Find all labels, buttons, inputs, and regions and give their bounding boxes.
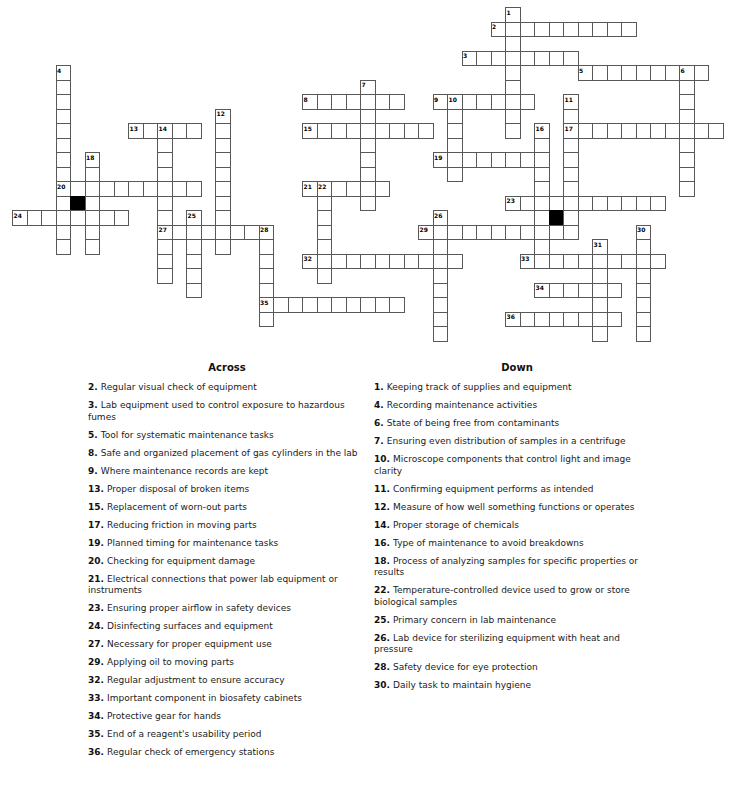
grid-cell[interactable] [679, 94, 695, 110]
grid-cell[interactable] [215, 138, 231, 154]
clue-number-label: 8. [88, 448, 101, 458]
grid-cell[interactable] [186, 254, 202, 270]
clue-2: 2. Regular visual check of equipment [88, 382, 366, 394]
grid-cell[interactable] [360, 196, 376, 212]
clue-16: 16. Type of maintenance to avoid breakdo… [374, 538, 660, 550]
grid-cell[interactable] [679, 65, 695, 81]
grid-cell[interactable] [505, 312, 521, 328]
grid-cell[interactable] [578, 283, 594, 299]
grid-cell[interactable] [186, 210, 202, 226]
grid-cell[interactable] [447, 254, 463, 270]
grid-cell[interactable] [447, 123, 463, 139]
grid-cell[interactable] [578, 254, 594, 270]
grid-cell[interactable] [27, 210, 43, 226]
grid-cell[interactable] [505, 225, 521, 241]
grid-cell[interactable] [186, 268, 202, 284]
grid-cell[interactable] [505, 51, 521, 67]
grid-cell[interactable] [636, 239, 652, 255]
grid-cell[interactable] [56, 152, 72, 168]
grid-cell[interactable] [317, 123, 333, 139]
grid-cell[interactable] [679, 152, 695, 168]
grid-cell[interactable] [563, 283, 579, 299]
grid-cell[interactable] [302, 94, 318, 110]
grid-cell[interactable] [462, 225, 478, 241]
grid-cell[interactable] [302, 123, 318, 139]
grid-cell[interactable] [302, 254, 318, 270]
clue-26: 26. Lab device for sterilizing equipment… [374, 633, 660, 656]
grid-cell[interactable] [476, 225, 492, 241]
grid-cell[interactable] [128, 181, 144, 197]
grid-cell[interactable] [157, 181, 173, 197]
grid-cell[interactable] [563, 123, 579, 139]
grid-cell[interactable] [99, 181, 115, 197]
grid-cell[interactable] [85, 225, 101, 241]
grid-cell[interactable] [505, 152, 521, 168]
grid-cell[interactable] [259, 239, 275, 255]
grid-cell[interactable] [534, 283, 550, 299]
grid-cell[interactable] [375, 94, 391, 110]
grid-cell[interactable] [346, 297, 362, 313]
grid-cell[interactable] [418, 123, 434, 139]
grid-cell[interactable] [708, 123, 724, 139]
grid-cell[interactable] [505, 65, 521, 81]
grid-cell[interactable] [563, 196, 579, 212]
grid-cell[interactable] [563, 94, 579, 110]
grid-cell[interactable] [462, 152, 478, 168]
grid-cell[interactable] [636, 196, 652, 212]
clue-number-label: 17. [88, 520, 107, 530]
grid-cell[interactable] [694, 123, 710, 139]
grid-cell[interactable] [462, 94, 478, 110]
grid-cell[interactable] [534, 312, 550, 328]
grid-cell[interactable] [41, 210, 57, 226]
grid-cell[interactable] [404, 254, 420, 270]
grid-cell[interactable] [563, 254, 579, 270]
grid-cell[interactable] [592, 196, 608, 212]
grid-cell[interactable] [534, 51, 550, 67]
grid-cell[interactable] [549, 51, 565, 67]
grid-cell[interactable] [520, 312, 536, 328]
grid-cell[interactable] [360, 80, 376, 96]
grid-cell[interactable] [157, 167, 173, 183]
clue-number-label: 34. [88, 711, 107, 721]
grid-cell[interactable] [549, 254, 565, 270]
grid-cell[interactable] [578, 22, 594, 38]
grid-cell[interactable] [607, 123, 623, 139]
grid-cell[interactable] [157, 123, 173, 139]
grid-cell[interactable] [578, 123, 594, 139]
grid-cell[interactable] [56, 94, 72, 110]
grid-cell[interactable] [56, 210, 72, 226]
grid-cell[interactable] [186, 283, 202, 299]
grid-cell[interactable] [447, 225, 463, 241]
grid-cell[interactable] [215, 167, 231, 183]
grid-cell[interactable] [592, 283, 608, 299]
grid-cell[interactable] [85, 210, 101, 226]
grid-cell[interactable] [636, 254, 652, 270]
grid-cell[interactable] [636, 123, 652, 139]
grid-cell[interactable] [578, 312, 594, 328]
grid-cell[interactable] [607, 22, 623, 38]
grid-cell[interactable] [346, 181, 362, 197]
grid-cell[interactable] [636, 312, 652, 328]
grid-cell[interactable] [331, 254, 347, 270]
grid-cell[interactable] [85, 167, 101, 183]
grid-cell[interactable] [563, 181, 579, 197]
grid-cell[interactable] [288, 297, 304, 313]
grid-cell[interactable] [186, 225, 202, 241]
grid-cell[interactable] [12, 210, 28, 226]
grid-cell[interactable] [592, 312, 608, 328]
grid-cell[interactable] [679, 181, 695, 197]
grid-cell[interactable] [143, 181, 159, 197]
grid-cell[interactable] [534, 22, 550, 38]
grid-cell[interactable] [578, 65, 594, 81]
grid-cell[interactable] [56, 65, 72, 81]
grid-cell[interactable] [491, 152, 507, 168]
grid-cell[interactable] [433, 326, 449, 342]
grid-cell[interactable] [592, 326, 608, 342]
grid-cell[interactable] [534, 210, 550, 226]
grid-cell[interactable] [592, 239, 608, 255]
clue-20: 20. Checking for equipment damage [88, 556, 366, 568]
grid-cell[interactable] [317, 254, 333, 270]
grid-cell[interactable] [346, 123, 362, 139]
clue-29: 29. Applying oil to moving parts [88, 657, 366, 669]
grid-cell[interactable] [491, 51, 507, 67]
grid-cell[interactable] [607, 254, 623, 270]
grid-cell[interactable] [331, 181, 347, 197]
grid-cell[interactable] [520, 152, 536, 168]
grid-cell[interactable] [114, 181, 130, 197]
grid-cell[interactable] [56, 109, 72, 125]
grid-cell[interactable] [375, 254, 391, 270]
grid-cell[interactable] [505, 22, 521, 38]
grid-cell[interactable] [447, 167, 463, 183]
grid-cell[interactable] [404, 123, 420, 139]
clue-number-label: 1. [374, 382, 387, 392]
grid-cell[interactable] [578, 196, 594, 212]
grid-cell[interactable] [172, 225, 188, 241]
grid-cell[interactable] [505, 7, 521, 23]
grid-cell[interactable] [607, 312, 623, 328]
grid-cell[interactable] [563, 22, 579, 38]
grid-cell[interactable] [157, 225, 173, 241]
grid-cell[interactable] [317, 225, 333, 241]
grid-cell[interactable] [433, 268, 449, 284]
grid-cell[interactable] [375, 123, 391, 139]
grid-cell[interactable] [534, 152, 550, 168]
grid-cell[interactable] [534, 196, 550, 212]
down-clue-list: 1. Keeping track of supplies and equipme… [374, 382, 660, 692]
grid-cell[interactable] [665, 65, 681, 81]
grid-cell[interactable] [70, 210, 86, 226]
grid-cell[interactable] [679, 80, 695, 96]
grid-cell[interactable] [389, 297, 405, 313]
grid-cell[interactable] [157, 196, 173, 212]
grid-cell[interactable] [621, 123, 637, 139]
grid-cell[interactable] [360, 254, 376, 270]
grid-cell[interactable] [143, 123, 159, 139]
grid-cell[interactable] [302, 181, 318, 197]
down-clues-column: Down 1. Keeping track of supplies and eq… [374, 362, 660, 698]
grid-cell[interactable] [389, 94, 405, 110]
grid-cell[interactable] [534, 123, 550, 139]
grid-cell[interactable] [592, 254, 608, 270]
grid-cell[interactable] [85, 181, 101, 197]
grid-cell[interactable] [621, 196, 637, 212]
grid-cell[interactable] [534, 254, 550, 270]
grid-cell[interactable] [157, 268, 173, 284]
grid-cell[interactable] [56, 225, 72, 241]
crossword-grid[interactable]: 1234567891011121314151617181920212223242… [12, 7, 723, 341]
grid-cell[interactable] [491, 225, 507, 241]
grid-cell[interactable] [534, 225, 550, 241]
grid-cell[interactable] [375, 181, 391, 197]
grid-cell[interactable] [259, 225, 275, 241]
clue-number-label: 19. [88, 538, 107, 548]
clue-10: 10. Microscope components that control l… [374, 454, 660, 477]
grid-cell[interactable] [433, 239, 449, 255]
grid-cell[interactable] [534, 239, 550, 255]
grid-cell[interactable] [259, 254, 275, 270]
grid-cell[interactable] [70, 181, 86, 197]
grid-cell[interactable] [549, 283, 565, 299]
grid-cell[interactable] [302, 297, 318, 313]
grid-cell[interactable] [56, 196, 72, 212]
grid-cell[interactable] [505, 36, 521, 52]
grid-cell[interactable] [157, 138, 173, 154]
grid-cell[interactable] [563, 138, 579, 154]
grid-cell[interactable] [433, 225, 449, 241]
grid-cell[interactable] [346, 94, 362, 110]
grid-cell[interactable] [418, 254, 434, 270]
grid-cell[interactable] [389, 254, 405, 270]
grid-cell[interactable] [694, 65, 710, 81]
grid-cell[interactable] [607, 65, 623, 81]
grid-cell[interactable] [186, 239, 202, 255]
grid-cell[interactable] [679, 109, 695, 125]
grid-cell[interactable] [215, 210, 231, 226]
grid-cell[interactable] [505, 94, 521, 110]
across-clues-column: Across 2. Regular visual check of equipm… [88, 362, 366, 765]
grid-cell[interactable] [447, 94, 463, 110]
grid-cell[interactable] [128, 123, 144, 139]
grid-cell[interactable] [157, 210, 173, 226]
grid-cell[interactable] [433, 312, 449, 328]
grid-cell[interactable] [665, 123, 681, 139]
grid-cell[interactable] [549, 196, 565, 212]
grid-cell[interactable] [505, 109, 521, 125]
grid-cell[interactable] [215, 109, 231, 125]
grid-cell[interactable] [360, 109, 376, 125]
grid-cell[interactable] [549, 312, 565, 328]
grid-cell[interactable] [563, 312, 579, 328]
grid-cell[interactable] [215, 123, 231, 139]
grid-cell[interactable] [186, 181, 202, 197]
grid-cell[interactable] [172, 123, 188, 139]
grid-cell[interactable] [592, 268, 608, 284]
grid-cell[interactable] [563, 210, 579, 226]
grid-cell[interactable] [592, 123, 608, 139]
grid-cell[interactable] [56, 138, 72, 154]
grid-cell[interactable] [650, 65, 666, 81]
grid-cell[interactable] [563, 152, 579, 168]
grid-cell[interactable] [85, 152, 101, 168]
grid-cell[interactable] [650, 196, 666, 212]
clue-22: 22. Temperature-controlled device used t… [374, 585, 660, 608]
grid-cell[interactable] [636, 65, 652, 81]
grid-cell[interactable] [563, 109, 579, 125]
grid-cell[interactable] [186, 123, 202, 139]
grid-cell[interactable] [230, 225, 246, 241]
grid-cell[interactable] [85, 196, 101, 212]
grid-cell[interactable] [56, 239, 72, 255]
grid-cell[interactable] [99, 210, 115, 226]
clue-36: 36. Regular check of emergency stations [88, 747, 366, 759]
grid-cell[interactable] [259, 268, 275, 284]
grid-cell[interactable] [360, 297, 376, 313]
grid-cell[interactable] [592, 22, 608, 38]
grid-cell[interactable] [520, 22, 536, 38]
grid-cell[interactable] [360, 152, 376, 168]
grid-cell[interactable] [244, 225, 260, 241]
grid-cell[interactable] [563, 167, 579, 183]
grid-cell[interactable] [331, 297, 347, 313]
grid-cell[interactable] [607, 283, 623, 299]
grid-cell[interactable] [563, 225, 579, 241]
clue-number-label: 9. [88, 466, 101, 476]
grid-cell[interactable] [433, 297, 449, 313]
grid-cell[interactable] [520, 254, 536, 270]
grid-cell[interactable] [317, 196, 333, 212]
grid-cell[interactable] [534, 167, 550, 183]
grid-cell[interactable] [520, 225, 536, 241]
grid-cell[interactable] [505, 196, 521, 212]
grid-cell[interactable] [215, 152, 231, 168]
clue-8: 8. Safe and organized placement of gas c… [88, 448, 366, 460]
grid-cell[interactable] [650, 254, 666, 270]
grid-cell[interactable] [476, 152, 492, 168]
grid-cell[interactable] [317, 268, 333, 284]
grid-cell[interactable] [505, 80, 521, 96]
grid-cell[interactable] [331, 94, 347, 110]
grid-cell[interactable] [360, 181, 376, 197]
grid-cell[interactable] [621, 22, 637, 38]
grid-cell[interactable] [433, 210, 449, 226]
grid-cell[interactable] [114, 210, 130, 226]
grid-cell[interactable] [215, 225, 231, 241]
grid-cell[interactable] [563, 51, 579, 67]
clue-30: 30. Daily task to maintain hygiene [374, 680, 660, 692]
grid-cell[interactable] [636, 326, 652, 342]
grid-cell[interactable] [331, 123, 347, 139]
grid-cell[interactable] [549, 22, 565, 38]
grid-cell[interactable] [85, 239, 101, 255]
grid-cell[interactable] [317, 239, 333, 255]
grid-cell[interactable] [679, 167, 695, 183]
grid-cell[interactable] [418, 225, 434, 241]
clue-number-label: 30. [374, 680, 393, 690]
grid-cell[interactable] [215, 181, 231, 197]
grid-cell[interactable] [56, 167, 72, 183]
grid-cell[interactable] [520, 196, 536, 212]
grid-cell[interactable] [447, 109, 463, 125]
grid-cell[interactable] [650, 123, 666, 139]
grid-cell[interactable] [317, 210, 333, 226]
grid-cell[interactable] [56, 181, 72, 197]
grid-cell[interactable] [447, 138, 463, 154]
grid-cell[interactable] [520, 51, 536, 67]
grid-cell[interactable] [549, 225, 565, 241]
grid-cell[interactable] [505, 123, 521, 139]
grid-cell[interactable] [534, 181, 550, 197]
grid-cell[interactable] [491, 94, 507, 110]
grid-cell[interactable] [215, 196, 231, 212]
grid-cell[interactable] [520, 94, 536, 110]
grid-cell[interactable] [346, 254, 362, 270]
clue-number-label: 10. [374, 454, 393, 464]
grid-cell[interactable] [462, 51, 478, 67]
grid-cell[interactable] [636, 225, 652, 241]
grid-cell[interactable] [215, 239, 231, 255]
grid-cell[interactable] [317, 297, 333, 313]
grid-cell[interactable] [375, 297, 391, 313]
grid-cell[interactable] [433, 254, 449, 270]
grid-cell[interactable] [389, 123, 405, 139]
grid-cell[interactable] [317, 181, 333, 197]
grid-cell[interactable] [360, 138, 376, 154]
grid-cell[interactable] [621, 65, 637, 81]
grid-cell[interactable] [157, 239, 173, 255]
grid-cell[interactable] [607, 196, 623, 212]
grid-cell[interactable] [476, 51, 492, 67]
grid-cell[interactable] [433, 152, 449, 168]
grid-cell[interactable] [317, 94, 333, 110]
grid-cell[interactable] [636, 297, 652, 313]
grid-cell[interactable] [360, 123, 376, 139]
grid-cell[interactable] [592, 65, 608, 81]
grid-cell[interactable] [259, 297, 275, 313]
grid-cell[interactable] [476, 94, 492, 110]
grid-cell[interactable] [56, 80, 72, 96]
grid-cell[interactable] [679, 123, 695, 139]
grid-cell[interactable] [621, 254, 637, 270]
grid-cell[interactable] [201, 225, 217, 241]
grid-cell[interactable] [592, 297, 608, 313]
grid-cell[interactable] [172, 181, 188, 197]
grid-cell[interactable] [433, 94, 449, 110]
grid-cell[interactable] [360, 167, 376, 183]
grid-cell[interactable] [259, 312, 275, 328]
grid-cell[interactable] [273, 297, 289, 313]
grid-cell[interactable] [679, 138, 695, 154]
grid-cell[interactable] [636, 268, 652, 284]
grid-cell[interactable] [491, 22, 507, 38]
grid-cell[interactable] [157, 254, 173, 270]
clue-7: 7. Ensuring even distribution of samples… [374, 436, 660, 448]
clue-13: 13. Proper disposal of broken items [88, 484, 366, 496]
clue-21: 21. Electrical connections that power la… [88, 574, 366, 597]
grid-cell[interactable] [56, 123, 72, 139]
grid-cell[interactable] [259, 283, 275, 299]
grid-cell[interactable] [534, 138, 550, 154]
grid-cell[interactable] [433, 283, 449, 299]
grid-cell[interactable] [157, 152, 173, 168]
grid-cell[interactable] [636, 283, 652, 299]
grid-cell[interactable] [360, 94, 376, 110]
grid-cell[interactable] [447, 152, 463, 168]
